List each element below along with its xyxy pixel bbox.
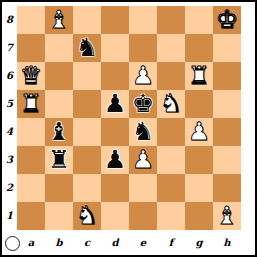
rank-label-2: 2 xyxy=(2,174,17,202)
white-bishop[interactable]: ♝ xyxy=(216,202,238,230)
square-g2[interactable] xyxy=(185,174,213,202)
square-a1[interactable] xyxy=(17,202,45,230)
square-f5[interactable]: ♞ xyxy=(157,90,185,118)
rank-labels: 87654321 xyxy=(2,6,17,230)
square-g4[interactable]: ♟ xyxy=(185,118,213,146)
square-c1[interactable]: ♞ xyxy=(73,202,101,230)
square-h2[interactable] xyxy=(213,174,241,202)
square-f7[interactable] xyxy=(157,34,185,62)
square-e5[interactable]: ♚ xyxy=(129,90,157,118)
square-g1[interactable] xyxy=(185,202,213,230)
black-king[interactable]: ♚ xyxy=(132,90,154,118)
square-g7[interactable] xyxy=(185,34,213,62)
square-d3[interactable]: ♟ xyxy=(101,146,129,174)
file-label-f: f xyxy=(157,232,185,253)
square-b2[interactable] xyxy=(45,174,73,202)
black-pawn[interactable]: ♟ xyxy=(104,90,126,118)
chess-board: ♝♚♞♛♟♜♜♟♚♞♝♞♟♜♟♟♞♝ xyxy=(17,6,241,230)
square-d5[interactable]: ♟ xyxy=(101,90,129,118)
square-b4[interactable]: ♝ xyxy=(45,118,73,146)
square-g8[interactable] xyxy=(185,6,213,34)
file-label-d: d xyxy=(101,232,129,253)
white-knight[interactable]: ♞ xyxy=(160,90,182,118)
square-c8[interactable] xyxy=(73,6,101,34)
square-b6[interactable] xyxy=(45,62,73,90)
square-a7[interactable] xyxy=(17,34,45,62)
square-h8[interactable]: ♚ xyxy=(213,6,241,34)
square-f6[interactable] xyxy=(157,62,185,90)
rank-label-3: 3 xyxy=(2,146,17,174)
square-a8[interactable] xyxy=(17,6,45,34)
square-g3[interactable] xyxy=(185,146,213,174)
square-e3[interactable]: ♟ xyxy=(129,146,157,174)
rank-label-7: 7 xyxy=(2,34,17,62)
square-e8[interactable] xyxy=(129,6,157,34)
rank-label-5: 5 xyxy=(2,90,17,118)
file-label-b: b xyxy=(45,232,73,253)
square-f3[interactable] xyxy=(157,146,185,174)
file-label-g: g xyxy=(185,232,213,253)
square-b7[interactable] xyxy=(45,34,73,62)
square-d1[interactable] xyxy=(101,202,129,230)
square-c4[interactable] xyxy=(73,118,101,146)
square-h1[interactable]: ♝ xyxy=(213,202,241,230)
black-rook[interactable]: ♜ xyxy=(48,146,70,174)
white-king[interactable]: ♚ xyxy=(216,6,238,34)
black-pawn[interactable]: ♟ xyxy=(104,146,126,174)
square-f4[interactable] xyxy=(157,118,185,146)
square-e6[interactable]: ♟ xyxy=(129,62,157,90)
file-label-a: a xyxy=(17,232,45,253)
rank-label-1: 1 xyxy=(2,202,17,230)
white-bishop[interactable]: ♝ xyxy=(48,6,70,34)
file-label-c: c xyxy=(73,232,101,253)
square-f1[interactable] xyxy=(157,202,185,230)
file-labels: abcdefgh xyxy=(17,232,241,253)
square-d8[interactable] xyxy=(101,6,129,34)
square-b8[interactable]: ♝ xyxy=(45,6,73,34)
square-d6[interactable] xyxy=(101,62,129,90)
rank-label-6: 6 xyxy=(2,62,17,90)
square-e2[interactable] xyxy=(129,174,157,202)
square-c2[interactable] xyxy=(73,174,101,202)
square-f2[interactable] xyxy=(157,174,185,202)
chess-diagram: ♝♚♞♛♟♜♜♟♚♞♝♞♟♜♟♟♞♝ 87654321 abcdefgh xyxy=(0,0,257,257)
rank-label-8: 8 xyxy=(2,6,17,34)
square-e4[interactable]: ♞ xyxy=(129,118,157,146)
square-b5[interactable] xyxy=(45,90,73,118)
black-bishop[interactable]: ♝ xyxy=(48,118,70,146)
square-d2[interactable] xyxy=(101,174,129,202)
square-h5[interactable] xyxy=(213,90,241,118)
square-h7[interactable] xyxy=(213,34,241,62)
white-rook[interactable]: ♜ xyxy=(20,90,42,118)
black-knight[interactable]: ♞ xyxy=(132,118,154,146)
square-f8[interactable] xyxy=(157,6,185,34)
square-d4[interactable] xyxy=(101,118,129,146)
square-a5[interactable]: ♜ xyxy=(17,90,45,118)
file-label-h: h xyxy=(213,232,241,253)
square-h3[interactable] xyxy=(213,146,241,174)
square-c6[interactable] xyxy=(73,62,101,90)
side-to-move-indicator xyxy=(5,236,20,251)
square-h6[interactable] xyxy=(213,62,241,90)
square-c7[interactable]: ♞ xyxy=(73,34,101,62)
square-e1[interactable] xyxy=(129,202,157,230)
rank-label-4: 4 xyxy=(2,118,17,146)
square-h4[interactable] xyxy=(213,118,241,146)
square-a4[interactable] xyxy=(17,118,45,146)
white-pawn[interactable]: ♟ xyxy=(132,146,154,174)
square-b3[interactable]: ♜ xyxy=(45,146,73,174)
square-b1[interactable] xyxy=(45,202,73,230)
square-c3[interactable] xyxy=(73,146,101,174)
square-d7[interactable] xyxy=(101,34,129,62)
square-a3[interactable] xyxy=(17,146,45,174)
white-pawn[interactable]: ♟ xyxy=(132,62,154,90)
square-g5[interactable] xyxy=(185,90,213,118)
square-a2[interactable] xyxy=(17,174,45,202)
black-knight[interactable]: ♞ xyxy=(76,34,98,62)
white-knight[interactable]: ♞ xyxy=(76,202,98,230)
square-g6[interactable]: ♜ xyxy=(185,62,213,90)
white-rook[interactable]: ♜ xyxy=(188,62,210,90)
file-label-e: e xyxy=(129,232,157,253)
white-queen[interactable]: ♛ xyxy=(20,62,42,90)
square-e7[interactable] xyxy=(129,34,157,62)
square-a6[interactable]: ♛ xyxy=(17,62,45,90)
square-c5[interactable] xyxy=(73,90,101,118)
white-pawn[interactable]: ♟ xyxy=(188,118,210,146)
